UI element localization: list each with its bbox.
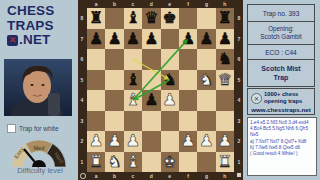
coord-rank-3-right: 3 bbox=[235, 111, 243, 132]
square-d6[interactable] bbox=[142, 49, 160, 70]
square-a2[interactable]: ♟ bbox=[87, 131, 105, 152]
promo-line-2: opening traps bbox=[264, 98, 302, 105]
coord-file-g-bottom: g bbox=[197, 173, 215, 179]
square-h2[interactable]: ♟ bbox=[216, 131, 234, 152]
square-b1[interactable]: ♞ bbox=[105, 152, 123, 173]
white-pawn-f2: ♟ bbox=[181, 133, 195, 149]
square-f7[interactable]: ♟ bbox=[179, 29, 197, 50]
square-g5[interactable]: ♞ bbox=[197, 70, 215, 91]
coord-file-c-bottom: c bbox=[124, 173, 142, 179]
square-h8[interactable]: ♜ bbox=[216, 8, 234, 29]
coord-rank-4-right: 4 bbox=[235, 90, 243, 111]
chess-board: ♜♝♛♚♜♟♟♟♟♟♟♟♞♝♞♞♛♝♟♟♟♟♟♟♟♟♜♞♝♚♜ aabbccdd… bbox=[78, 0, 243, 180]
coord-file-c-top: c bbox=[124, 1, 142, 7]
square-g4[interactable] bbox=[197, 90, 215, 111]
black-knight-e5: ♞ bbox=[163, 72, 177, 88]
white-bishop-c4: ♝ bbox=[126, 92, 140, 108]
square-c8[interactable]: ♝ bbox=[124, 8, 142, 29]
square-c3[interactable] bbox=[124, 111, 142, 132]
square-f3[interactable] bbox=[179, 111, 197, 132]
trap-for-white-label: Trap for white bbox=[19, 125, 59, 132]
square-g6[interactable] bbox=[197, 49, 215, 70]
trap-for-white-checkbox[interactable] bbox=[7, 124, 16, 133]
black-pawn-f7: ♟ bbox=[181, 31, 195, 47]
square-f4[interactable] bbox=[179, 90, 197, 111]
square-a8[interactable]: ♜ bbox=[87, 8, 105, 29]
trap-number: Trap no. 393 bbox=[248, 5, 314, 22]
square-a3[interactable] bbox=[87, 111, 105, 132]
coord-rank-7-right: 7 bbox=[235, 29, 243, 50]
coord-rank-1-left: 1 bbox=[78, 152, 86, 173]
coord-file-d-top: d bbox=[142, 1, 160, 7]
black-queen-d8: ♛ bbox=[144, 10, 158, 26]
coord-file-f-top: f bbox=[179, 1, 197, 7]
logo-line-3: .NET bbox=[19, 33, 51, 48]
presenter-photo bbox=[4, 59, 72, 116]
coord-rank-8-right: 8 bbox=[235, 8, 243, 29]
square-d5[interactable] bbox=[142, 70, 160, 91]
coord-file-b-bottom: b bbox=[105, 173, 123, 179]
coord-rank-3-left: 3 bbox=[78, 111, 86, 132]
square-h6[interactable]: ♞ bbox=[216, 49, 234, 70]
square-a5[interactable] bbox=[87, 70, 105, 91]
difficulty-level-caption: Difficulty level bbox=[4, 166, 76, 175]
chesstraps-logo: CHESS TRAPS ✕ .NET bbox=[7, 4, 55, 48]
square-e5[interactable]: ♞ bbox=[161, 70, 179, 91]
black-pawn-c7: ♟ bbox=[126, 31, 140, 47]
coord-file-h-bottom: h bbox=[216, 173, 234, 179]
black-pawn-h7: ♟ bbox=[218, 31, 232, 47]
white-pawn-b2: ♟ bbox=[107, 133, 121, 149]
coord-rank-6-left: 6 bbox=[78, 49, 86, 70]
promo-box: ✕ 1000+ chess opening traps www.chesstra… bbox=[247, 88, 315, 115]
gauge-label-med: Med bbox=[34, 145, 45, 151]
black-pawn-d7: ♟ bbox=[144, 31, 158, 47]
coord-rank-4-left: 4 bbox=[78, 90, 86, 111]
black-rook-a8: ♜ bbox=[89, 10, 103, 26]
square-a4[interactable] bbox=[87, 90, 105, 111]
coord-rank-1-right: 1 bbox=[235, 152, 243, 173]
square-g3[interactable] bbox=[197, 111, 215, 132]
white-pawn-g2: ♟ bbox=[199, 133, 213, 149]
square-c7[interactable]: ♟ bbox=[124, 29, 142, 50]
trap-x-icon: ✕ bbox=[7, 35, 18, 46]
coord-rank-6-right: 6 bbox=[235, 49, 243, 70]
square-a7[interactable]: ♟ bbox=[87, 29, 105, 50]
square-h1[interactable]: ♜ bbox=[216, 152, 234, 173]
black-knight-h6: ♞ bbox=[218, 51, 232, 67]
black-pawn-a7: ♟ bbox=[89, 31, 103, 47]
square-b5[interactable] bbox=[105, 70, 123, 91]
square-f8[interactable] bbox=[179, 8, 197, 29]
logo-line-2: TRAPS bbox=[7, 19, 55, 34]
board-grid: ♜♝♛♚♜♟♟♟♟♟♟♟♞♝♞♞♛♝♟♟♟♟♟♟♟♟♜♞♝♚♜ bbox=[87, 8, 234, 172]
square-e1[interactable]: ♚ bbox=[161, 152, 179, 173]
square-d4[interactable]: ♟ bbox=[142, 90, 160, 111]
square-e6[interactable] bbox=[161, 49, 179, 70]
trap-name: Scotch Mist Trap bbox=[248, 60, 314, 86]
square-f5[interactable] bbox=[179, 70, 197, 91]
black-pawn-d4: ♟ bbox=[144, 92, 158, 108]
black-rook-h8: ♜ bbox=[218, 10, 232, 26]
logo-line-1: CHESS bbox=[7, 4, 55, 19]
square-e4[interactable]: ♟ bbox=[161, 90, 179, 111]
eco-code: ECO : C44 bbox=[248, 45, 314, 60]
black-pawn-g7: ♟ bbox=[199, 31, 213, 47]
coord-file-a-bottom: a bbox=[87, 173, 105, 179]
square-e3[interactable] bbox=[161, 111, 179, 132]
square-b4[interactable] bbox=[105, 90, 123, 111]
black-bishop-c8: ♝ bbox=[126, 10, 140, 26]
white-pawn-h2: ♟ bbox=[218, 133, 232, 149]
coord-file-d-bottom: d bbox=[142, 173, 160, 179]
coord-file-e-top: e bbox=[161, 1, 179, 7]
square-g7[interactable]: ♟ bbox=[197, 29, 215, 50]
coord-file-b-top: b bbox=[105, 1, 123, 7]
circle-x-logo-icon: ✕ bbox=[251, 93, 262, 104]
square-c1[interactable]: ♝ bbox=[124, 152, 142, 173]
black-bishop-c5: ♝ bbox=[126, 72, 140, 88]
square-e2[interactable] bbox=[161, 131, 179, 152]
coord-file-e-bottom: e bbox=[161, 173, 179, 179]
chesstraps-video-frame: CHESS TRAPS ✕ .NET Trap for white bbox=[0, 0, 320, 180]
coord-file-f-bottom: f bbox=[179, 173, 197, 179]
board-corner-square-mark bbox=[237, 173, 241, 177]
square-h3[interactable] bbox=[216, 111, 234, 132]
square-g8[interactable] bbox=[197, 8, 215, 29]
board-corner-circle-mark bbox=[80, 173, 86, 179]
square-c4[interactable]: ♝ bbox=[124, 90, 142, 111]
trap-info-table: Trap no. 393 Opening: Scotch Gambit ECO … bbox=[247, 4, 315, 87]
coord-rank-5-left: 5 bbox=[78, 70, 86, 91]
coord-rank-8-left: 8 bbox=[78, 8, 86, 29]
moves-list: 1.e4 e5 2.Nf3 Nc6 3.d4 exd4 4.Bc4 Bc5 5.… bbox=[247, 117, 317, 176]
coord-rank-5-right: 5 bbox=[235, 70, 243, 91]
square-d1[interactable] bbox=[142, 152, 160, 173]
square-h5[interactable]: ♛ bbox=[216, 70, 234, 91]
white-knight-b1: ♞ bbox=[107, 154, 121, 170]
square-c5[interactable]: ♝ bbox=[124, 70, 142, 91]
coord-file-g-top: g bbox=[197, 1, 215, 7]
square-b2[interactable]: ♟ bbox=[105, 131, 123, 152]
square-a1[interactable]: ♜ bbox=[87, 152, 105, 173]
coord-rank-7-left: 7 bbox=[78, 29, 86, 50]
opening-name: Opening: Scotch Gambit bbox=[248, 22, 314, 45]
square-b8[interactable] bbox=[105, 8, 123, 29]
coord-file-a-top: a bbox=[87, 1, 105, 7]
white-queen-h5: ♛ bbox=[218, 72, 232, 88]
square-c2[interactable]: ♟ bbox=[124, 131, 142, 152]
coord-rank-2-right: 2 bbox=[235, 131, 243, 152]
square-g2[interactable]: ♟ bbox=[197, 131, 215, 152]
square-b6[interactable] bbox=[105, 49, 123, 70]
black-king-e8: ♚ bbox=[163, 10, 177, 26]
square-e7[interactable] bbox=[161, 29, 179, 50]
square-g1[interactable] bbox=[197, 152, 215, 173]
square-b3[interactable] bbox=[105, 111, 123, 132]
white-king-e1: ♚ bbox=[163, 154, 177, 170]
promo-line-1: 1000+ chess bbox=[264, 91, 302, 98]
square-a6[interactable] bbox=[87, 49, 105, 70]
website-url[interactable]: www.chesstraps.net bbox=[248, 106, 314, 113]
square-h4[interactable] bbox=[216, 90, 234, 111]
square-f1[interactable] bbox=[179, 152, 197, 173]
coord-rank-2-left: 2 bbox=[78, 131, 86, 152]
square-d3[interactable] bbox=[142, 111, 160, 132]
square-f2[interactable]: ♟ bbox=[179, 131, 197, 152]
square-c6[interactable] bbox=[124, 49, 142, 70]
square-d7[interactable]: ♟ bbox=[142, 29, 160, 50]
coord-file-h-top: h bbox=[216, 1, 234, 7]
trap-for-white-row: Trap for white bbox=[7, 124, 59, 133]
white-pawn-c2: ♟ bbox=[126, 133, 140, 149]
white-rook-h1: ♜ bbox=[218, 154, 232, 170]
square-h7[interactable]: ♟ bbox=[216, 29, 234, 50]
square-d2[interactable] bbox=[142, 131, 160, 152]
square-d8[interactable]: ♛ bbox=[142, 8, 160, 29]
white-pawn-a2: ♟ bbox=[89, 133, 103, 149]
square-f6[interactable] bbox=[179, 49, 197, 70]
square-b7[interactable]: ♟ bbox=[105, 29, 123, 50]
white-rook-a1: ♜ bbox=[89, 154, 103, 170]
white-knight-g5: ♞ bbox=[199, 72, 213, 88]
square-e8[interactable]: ♚ bbox=[161, 8, 179, 29]
white-pawn-e4: ♟ bbox=[163, 92, 177, 108]
black-pawn-b7: ♟ bbox=[107, 31, 121, 47]
white-bishop-c1: ♝ bbox=[126, 154, 140, 170]
